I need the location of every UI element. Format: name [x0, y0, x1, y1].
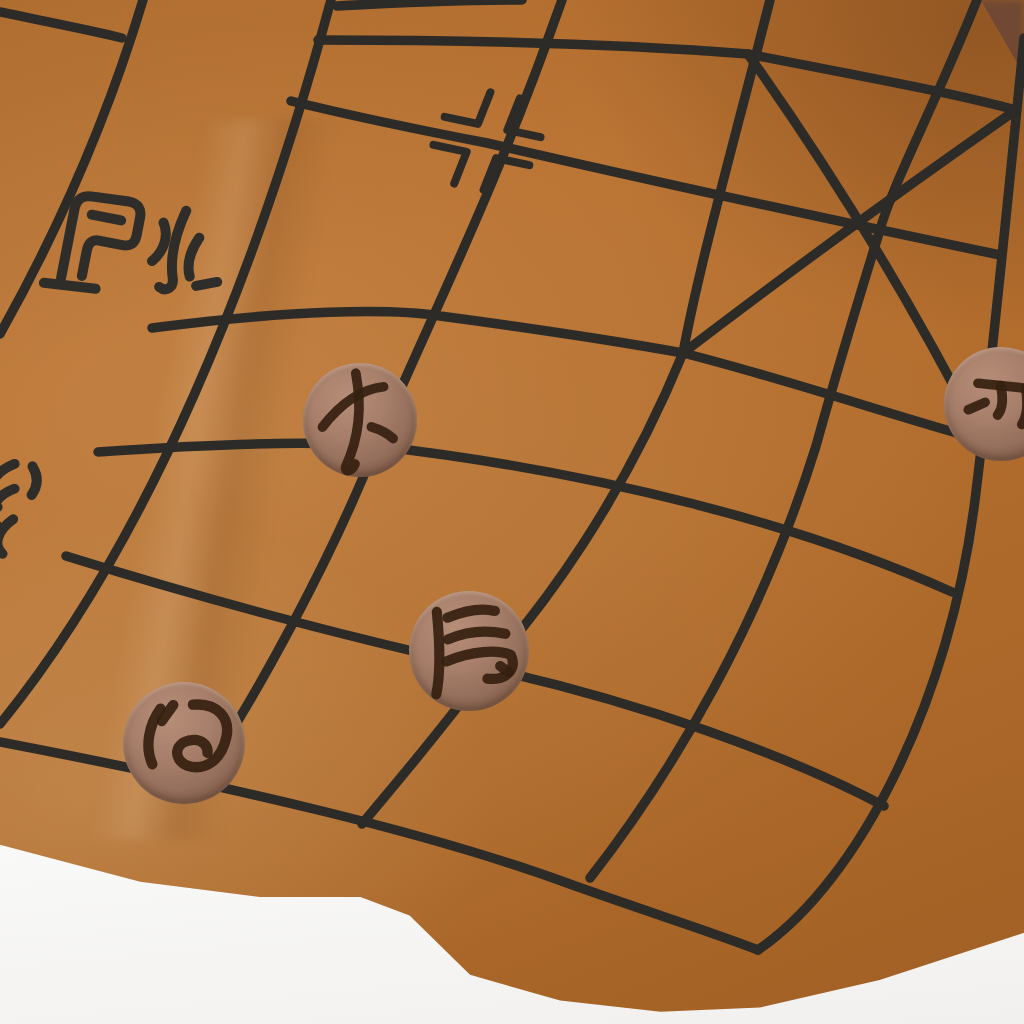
file-line-f4 — [152, 312, 982, 440]
river-character-he — [44, 187, 230, 316]
river-character-han-partial — [0, 458, 40, 558]
piece-glyph-pao — [117, 676, 251, 810]
file-line-f1-edge — [0, 742, 758, 950]
piece-glyph-ma — [401, 583, 537, 719]
file-line-f5 — [291, 101, 1000, 255]
piece-glyph-zu — [938, 341, 1024, 466]
piece-ma[interactable] — [409, 591, 529, 711]
piece-zu-partial[interactable] — [944, 347, 1024, 461]
board-grid — [0, 0, 1024, 1024]
far-half-file-stub — [0, 12, 122, 38]
photo-stage: Four bronze cursive-script pieces scatte… — [0, 0, 1024, 1024]
file-line-f6 — [318, 40, 1016, 110]
piece-bing[interactable] — [303, 363, 417, 477]
file-line-f3 — [98, 444, 952, 592]
piece-pao[interactable] — [123, 682, 245, 804]
file-line-f7 — [337, 0, 522, 6]
